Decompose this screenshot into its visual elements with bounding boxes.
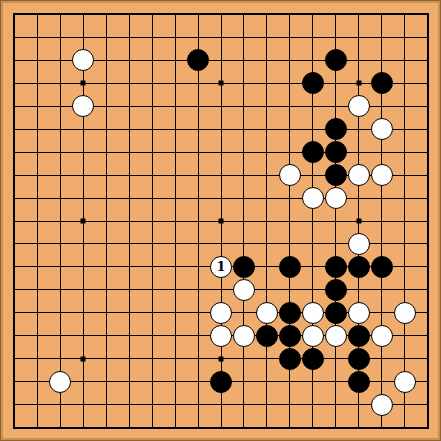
stone-white bbox=[233, 279, 255, 301]
stone-white bbox=[325, 187, 347, 209]
stone-black bbox=[325, 302, 347, 324]
grid-line-horizontal bbox=[14, 289, 427, 290]
stone-white bbox=[302, 302, 324, 324]
stone-white bbox=[348, 302, 370, 324]
star-point bbox=[219, 81, 224, 86]
star-point bbox=[81, 81, 86, 86]
stone-black bbox=[348, 256, 370, 278]
stone-white bbox=[49, 371, 71, 393]
star-point bbox=[356, 81, 361, 86]
stone-white bbox=[302, 325, 324, 347]
stone-black bbox=[371, 256, 393, 278]
stone-black bbox=[302, 348, 324, 370]
move-number-label: 1 bbox=[216, 260, 225, 273]
marked-stone-1: 1 bbox=[210, 256, 232, 278]
stone-black bbox=[325, 49, 347, 71]
star-point bbox=[356, 219, 361, 224]
stone-black bbox=[210, 371, 232, 393]
grid-line-vertical bbox=[266, 14, 267, 427]
stone-white bbox=[348, 164, 370, 186]
stone-black bbox=[325, 279, 347, 301]
stone-white bbox=[72, 95, 94, 117]
stone-black bbox=[187, 49, 209, 71]
stone-black bbox=[325, 164, 347, 186]
grid-line-vertical bbox=[243, 14, 244, 427]
star-point bbox=[81, 219, 86, 224]
stone-white bbox=[256, 302, 278, 324]
stone-white bbox=[371, 164, 393, 186]
stone-black bbox=[325, 256, 347, 278]
star-point bbox=[81, 356, 86, 361]
stone-white bbox=[302, 187, 324, 209]
stone-black bbox=[279, 325, 301, 347]
stone-black bbox=[302, 141, 324, 163]
stone-white bbox=[348, 233, 370, 255]
stone-white bbox=[394, 371, 416, 393]
stone-black bbox=[233, 256, 255, 278]
stone-black bbox=[325, 141, 347, 163]
stone-white bbox=[279, 164, 301, 186]
stone-white bbox=[325, 325, 347, 347]
stone-black bbox=[279, 348, 301, 370]
stone-black bbox=[256, 325, 278, 347]
go-board[interactable]: 1 bbox=[1, 1, 440, 440]
stone-white bbox=[371, 325, 393, 347]
stone-white bbox=[210, 302, 232, 324]
stone-white bbox=[233, 325, 255, 347]
stone-white bbox=[72, 49, 94, 71]
stone-black bbox=[279, 302, 301, 324]
stone-white bbox=[371, 394, 393, 416]
stone-black bbox=[302, 72, 324, 94]
star-point bbox=[219, 356, 224, 361]
stone-white bbox=[348, 95, 370, 117]
grid-line-vertical bbox=[335, 14, 336, 427]
go-board-diagram: 1 bbox=[0, 0, 441, 441]
stone-black bbox=[348, 325, 370, 347]
stone-white bbox=[371, 118, 393, 140]
stone-white bbox=[394, 302, 416, 324]
grid-line-vertical bbox=[404, 14, 405, 427]
grid-line-horizontal bbox=[14, 404, 427, 405]
stone-black bbox=[371, 72, 393, 94]
stone-black bbox=[325, 118, 347, 140]
stone-black bbox=[348, 371, 370, 393]
star-point bbox=[219, 219, 224, 224]
stone-black bbox=[348, 348, 370, 370]
stone-black bbox=[279, 256, 301, 278]
stone-white bbox=[210, 325, 232, 347]
